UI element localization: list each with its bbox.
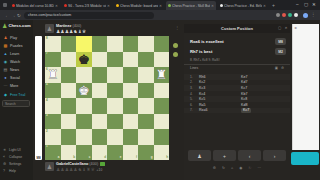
tab-close-icon[interactable]: ✕ bbox=[211, 4, 214, 8]
captured-piece-icon: ♛ bbox=[82, 29, 86, 34]
move-row-1: 1.Rh6Ke7 bbox=[184, 74, 290, 80]
square-f2[interactable] bbox=[123, 129, 139, 145]
tab-title: Chess Practice - Skill Build bbox=[172, 4, 210, 8]
square-c5[interactable]: ♚ bbox=[76, 83, 92, 99]
square-c6[interactable] bbox=[76, 67, 92, 83]
square-d6[interactable] bbox=[92, 67, 108, 83]
top-player-rating: (400) bbox=[72, 24, 81, 28]
square-g4[interactable] bbox=[138, 98, 154, 114]
more-icon[interactable]: ⋯ bbox=[258, 166, 262, 170]
move-number: 4. bbox=[190, 92, 199, 96]
window-close-button[interactable]: ✕ bbox=[312, 2, 316, 7]
tab-title: Módulos del curso 10-BD-40 bbox=[16, 4, 54, 8]
sidebar-item-watch[interactable]: ◉Watch bbox=[3, 58, 20, 65]
sidebar-item-label: Learn bbox=[10, 52, 19, 56]
square-g3[interactable] bbox=[138, 114, 154, 130]
square-h1[interactable]: h bbox=[154, 145, 170, 161]
square-f1[interactable]: f bbox=[123, 145, 139, 161]
side-panel-menu-icon[interactable]: ≣ bbox=[295, 26, 298, 30]
sidebar-item-label: Puzzles bbox=[10, 44, 23, 48]
black-move[interactable]: Ke7 bbox=[241, 75, 283, 79]
engine-settings-icon[interactable]: ⚙ bbox=[281, 66, 284, 70]
watch-icon: ◉ bbox=[3, 59, 8, 64]
square-e4[interactable] bbox=[107, 98, 123, 114]
tab-favicon bbox=[116, 4, 119, 7]
file-label-b: b bbox=[73, 156, 75, 159]
tab-close-icon[interactable]: ✕ bbox=[263, 4, 266, 8]
sidebar-item-social[interactable]: ●Social bbox=[3, 74, 20, 81]
square-a2[interactable]: 2 bbox=[45, 129, 61, 145]
move-feedback-text: Rxa6 is excellent bbox=[190, 39, 275, 44]
logo-pawn-icon: ♟ bbox=[2, 22, 7, 29]
square-d1[interactable]: d bbox=[92, 145, 108, 161]
news-icon: ▤ bbox=[3, 67, 8, 72]
rank-label-3: 3 bbox=[46, 114, 48, 117]
move-number: 7. bbox=[190, 108, 199, 112]
panel-close-icon[interactable]: ✕ bbox=[285, 26, 288, 30]
browser-profile-avatar[interactable] bbox=[303, 13, 308, 18]
square-e1[interactable]: e bbox=[107, 145, 123, 161]
browser-tab-4[interactable]: Chess Practice - Skill Build✕ bbox=[166, 1, 216, 10]
browser-tab-1[interactable]: Módulos del curso 10-BD-40✕ bbox=[10, 1, 60, 10]
square-f7[interactable] bbox=[123, 52, 139, 68]
square-h5[interactable] bbox=[154, 83, 170, 99]
sidebar-item-puzzles[interactable]: ▩Puzzles bbox=[3, 42, 23, 49]
square-c7[interactable]: ♚ bbox=[76, 52, 92, 68]
free-trial-label: Free Trial bbox=[10, 93, 25, 97]
refresh-icon[interactable]: ↻ bbox=[17, 13, 21, 18]
bottom-player-name[interactable]: GabrielCastellano (400) bbox=[56, 162, 105, 166]
home-icon[interactable]: ⌂ bbox=[231, 166, 233, 170]
reset-icon[interactable]: ↻ bbox=[222, 166, 225, 170]
move-feedback-row-2: Rh7 is best M2 bbox=[190, 47, 286, 56]
tab-title: S6 - Tarea 2/3 Módulo: video bbox=[68, 4, 106, 8]
bottom-captured-pieces: ♟♟♟♟♟♞♝♜♛+10 bbox=[56, 167, 102, 172]
rank-label-8: 8 bbox=[46, 37, 48, 40]
eval-badge[interactable]: M8 bbox=[275, 38, 286, 44]
tab-title: Chess Practice - Ed. Bélica W bbox=[224, 4, 262, 8]
square-d5[interactable] bbox=[92, 83, 108, 99]
tab-close-icon[interactable]: ✕ bbox=[55, 4, 58, 8]
black-move[interactable]: Kd7 bbox=[241, 80, 283, 84]
white-move[interactable]: Rxa6 bbox=[199, 108, 241, 112]
move-row-5: 5.Kc5Kc8 bbox=[184, 96, 290, 102]
panel-title: Custom Position bbox=[221, 26, 253, 31]
play-icon: ♟ bbox=[3, 35, 8, 40]
pieces-button[interactable]: ♟ bbox=[188, 150, 211, 161]
square-g2[interactable] bbox=[138, 129, 154, 145]
square-h2[interactable] bbox=[154, 129, 170, 145]
sidebar-item-label: News bbox=[10, 68, 19, 72]
black-move[interactable]: Kc8 bbox=[241, 97, 283, 101]
tab-favicon bbox=[220, 4, 223, 7]
rank-label-6: 6 bbox=[46, 68, 48, 71]
rank-label-2: 2 bbox=[46, 130, 48, 133]
window-maximize-button[interactable]: ▢ bbox=[304, 2, 308, 7]
panel-expand-icon[interactable]: ▢ bbox=[278, 26, 281, 30]
white-move[interactable]: Kc2 bbox=[199, 80, 241, 84]
white-move[interactable]: Kc3 bbox=[199, 86, 241, 90]
extension-icon-2[interactable] bbox=[282, 13, 286, 17]
tab-close-icon[interactable]: ✕ bbox=[159, 4, 162, 8]
board-menu-icon[interactable]: ⋮ bbox=[175, 25, 179, 30]
browser-tab-5[interactable]: Chess Practice - Ed. Bélica W✕ bbox=[218, 1, 268, 10]
prev-move-button[interactable]: ‹ bbox=[238, 150, 261, 161]
sidebar-item-learn[interactable]: ▲Learn bbox=[3, 50, 19, 57]
square-g6[interactable] bbox=[138, 67, 154, 83]
square-b5[interactable] bbox=[61, 83, 77, 99]
panel-controls: ♟+‹› bbox=[188, 150, 286, 161]
logo-text: Chess.com bbox=[8, 23, 30, 28]
sidebar-footer-label: Help bbox=[9, 169, 16, 173]
eval-badge[interactable]: M2 bbox=[275, 48, 286, 54]
white-move[interactable]: Kc5 bbox=[199, 97, 241, 101]
side-panel-action-button[interactable] bbox=[291, 152, 319, 165]
top-player-bar: ♟ Martinez (400) ♟♟♟♟♞♝♛ ⋮ bbox=[45, 24, 169, 35]
back-icon[interactable]: ← bbox=[5, 13, 10, 18]
chess-board[interactable]: 87♚6♜♜5♚4321abcdefgh bbox=[45, 36, 169, 160]
rank-label-4: 4 bbox=[46, 99, 48, 102]
white-move[interactable]: Ra5 bbox=[199, 103, 241, 107]
sidebar-footer-collapse[interactable]: «Collapse bbox=[3, 155, 22, 159]
square-e3[interactable] bbox=[107, 114, 123, 130]
black-move[interactable]: Kc7 bbox=[241, 108, 251, 113]
engine-line-text: 8. Rh7+ Kc8 9. Ra8# bbox=[190, 58, 220, 62]
sidebar-footer-light-ui[interactable]: ☀Light UI bbox=[3, 148, 21, 152]
square-e6[interactable] bbox=[107, 67, 123, 83]
social-icon: ● bbox=[3, 75, 8, 80]
tab-search-icon[interactable] bbox=[3, 3, 7, 7]
file-label-e: e bbox=[120, 156, 122, 159]
tab-close-icon[interactable]: ✕ bbox=[107, 4, 110, 8]
diamond-icon: ◆ bbox=[3, 92, 8, 97]
move-list: 1.Rh6Ke72.Kc2Kd73.Kc3Kc74.Kc4Kb75.Kc5Kc8… bbox=[184, 74, 290, 113]
sidebar-item-news[interactable]: ▤News bbox=[3, 66, 19, 73]
evaluation-label: M8 bbox=[35, 156, 42, 160]
extension-icon-3[interactable] bbox=[288, 13, 292, 17]
sidebar-footer-help[interactable]: ?Help bbox=[3, 169, 16, 173]
move-number: 2. bbox=[190, 80, 199, 84]
collapse-icon: « bbox=[3, 155, 7, 159]
square-e5[interactable] bbox=[107, 83, 123, 99]
sidebar-item-label: Play bbox=[10, 36, 17, 40]
bottom-player-rating: (400) bbox=[89, 162, 98, 166]
square-b8[interactable] bbox=[61, 36, 77, 52]
top-player-name[interactable]: Martinez (400) bbox=[56, 24, 81, 28]
sidebar-item-label: Watch bbox=[10, 60, 20, 64]
next-move-button[interactable]: › bbox=[263, 150, 286, 161]
white-move[interactable]: Rh6 bbox=[199, 75, 241, 79]
avatar-icon: ♟ bbox=[47, 164, 52, 170]
screen: Módulos del curso 10-BD-40✕S6 - Tarea 2/… bbox=[0, 0, 320, 180]
square-h4[interactable] bbox=[154, 98, 170, 114]
tab-title: Chess Module: board and RO bbox=[120, 4, 158, 8]
square-h7[interactable] bbox=[154, 52, 170, 68]
piece-bK-c7[interactable]: ♚ bbox=[78, 53, 90, 66]
rank-label-1: 1 bbox=[46, 145, 48, 148]
square-h8[interactable] bbox=[154, 36, 170, 52]
square-a8[interactable]: 8 bbox=[45, 36, 61, 52]
square-g5[interactable] bbox=[138, 83, 154, 99]
browser-tab-2[interactable]: S6 - Tarea 2/3 Módulo: video✕ bbox=[62, 1, 112, 10]
settings-icon[interactable]: ⚙ bbox=[213, 166, 216, 170]
square-c1[interactable]: c bbox=[76, 145, 92, 161]
panel-header: Custom Position bbox=[184, 24, 290, 33]
square-f5[interactable] bbox=[123, 83, 139, 99]
file-label-c: c bbox=[89, 156, 91, 159]
extension-icon-4[interactable] bbox=[294, 13, 298, 17]
move-row-3: 3.Kc3Kc7 bbox=[184, 85, 290, 91]
lines-header: Lines ▣ ⚙ bbox=[190, 66, 284, 70]
sidebar-item-free-trial[interactable]: ◆Free Trial bbox=[3, 91, 25, 98]
square-a5[interactable]: 5 bbox=[45, 83, 61, 99]
best-move-text: Rh7 is best bbox=[190, 49, 275, 54]
sidebar-footer-label: Settings bbox=[9, 162, 21, 166]
square-h3[interactable] bbox=[154, 114, 170, 130]
square-a4[interactable]: 4 bbox=[45, 98, 61, 114]
square-b2[interactable] bbox=[61, 129, 77, 145]
chesscom-logo[interactable]: ♟ Chess.com bbox=[2, 22, 31, 29]
forward-icon[interactable]: → bbox=[11, 13, 16, 18]
square-c2[interactable] bbox=[76, 129, 92, 145]
url-text: chess.com/practice/custom bbox=[28, 13, 71, 17]
square-f4[interactable] bbox=[123, 98, 139, 114]
sidebar-item-label: More bbox=[10, 84, 18, 88]
file-label-f: f bbox=[136, 156, 137, 159]
file-label-d: d bbox=[104, 156, 106, 159]
square-c4[interactable] bbox=[76, 98, 92, 114]
move-row-2: 2.Kc2Kd7 bbox=[184, 80, 290, 86]
move-number: 3. bbox=[190, 86, 199, 90]
square-b1[interactable]: b bbox=[61, 145, 77, 161]
search-input[interactable]: Search bbox=[2, 100, 30, 107]
square-f8[interactable] bbox=[123, 36, 139, 52]
piece-wR-h6[interactable]: ♜ bbox=[155, 68, 167, 81]
bottom-player-bar: ♟ GabrielCastellano (400) ♟♟♟♟♟♞♝♜♛+10 bbox=[45, 162, 169, 173]
square-f3[interactable] bbox=[123, 114, 139, 130]
hint-icon-2[interactable] bbox=[173, 52, 178, 57]
square-b7[interactable] bbox=[61, 52, 77, 68]
square-d2[interactable] bbox=[92, 129, 108, 145]
square-g1[interactable]: g bbox=[138, 145, 154, 161]
rank-label-5: 5 bbox=[46, 83, 48, 86]
square-a3[interactable]: 3 bbox=[45, 114, 61, 130]
move-number: 6. bbox=[190, 103, 199, 107]
light-ui-icon: ☀ bbox=[3, 148, 7, 152]
square-c3[interactable] bbox=[76, 114, 92, 130]
sidebar-footer-settings[interactable]: ⚙Settings bbox=[3, 162, 21, 166]
captured-piece-icon: ♛ bbox=[91, 167, 95, 172]
square-b4[interactable] bbox=[61, 98, 77, 114]
square-c8[interactable] bbox=[76, 36, 92, 52]
avatar-icon: ♟ bbox=[47, 26, 52, 32]
flag-icon[interactable]: ⚐ bbox=[248, 166, 251, 170]
record-icon[interactable]: ◉ bbox=[239, 166, 242, 170]
address-bar[interactable]: chess.com/practice/custom bbox=[24, 12, 154, 19]
square-a7[interactable]: 7 bbox=[45, 52, 61, 68]
sidebar-footer-label: Light UI bbox=[9, 148, 21, 152]
sidebar-item-more[interactable]: ⋯More bbox=[3, 82, 18, 89]
panel-footer-icons: ⚙↻⌂◉⚐⋯ bbox=[184, 166, 290, 170]
sidebar-item-play[interactable]: ♟Play bbox=[3, 34, 17, 41]
square-a6[interactable]: 6♜ bbox=[45, 67, 61, 83]
rank-label-7: 7 bbox=[46, 52, 48, 55]
square-e2[interactable] bbox=[107, 129, 123, 145]
learn-icon: ▲ bbox=[3, 51, 8, 56]
hint-icon-1[interactable] bbox=[173, 43, 178, 48]
square-b6[interactable] bbox=[61, 67, 77, 83]
black-move[interactable]: Kd8 bbox=[241, 103, 283, 107]
move-number: 1. bbox=[190, 75, 199, 79]
square-g8[interactable] bbox=[138, 36, 154, 52]
square-a1[interactable]: 1a bbox=[45, 145, 61, 161]
square-e8[interactable] bbox=[107, 36, 123, 52]
tab-favicon bbox=[64, 4, 67, 7]
move-row-4: 4.Kc4Kb7 bbox=[184, 91, 290, 97]
puzzles-icon: ▩ bbox=[3, 43, 8, 48]
tab-favicon bbox=[168, 4, 171, 7]
evaluation-bar: M8 bbox=[35, 36, 42, 160]
help-icon: ? bbox=[3, 169, 7, 173]
square-d7[interactable] bbox=[92, 52, 108, 68]
file-label-h: h bbox=[166, 156, 168, 159]
add-button[interactable]: + bbox=[213, 150, 236, 161]
move-row-6: 6.Ra5Kd8 bbox=[184, 102, 290, 108]
settings-icon: ⚙ bbox=[3, 162, 7, 166]
copy-icon[interactable]: ▣ bbox=[275, 66, 278, 70]
square-b3[interactable] bbox=[61, 114, 77, 130]
square-d3[interactable] bbox=[92, 114, 108, 130]
new-tab-button[interactable]: + bbox=[272, 2, 275, 8]
square-e7[interactable] bbox=[107, 52, 123, 68]
square-f6[interactable] bbox=[123, 67, 139, 83]
file-label-g: g bbox=[151, 156, 153, 159]
move-row-7: 7.Rxa6Kc7 bbox=[184, 108, 290, 114]
browser-tab-3[interactable]: Chess Module: board and RO✕ bbox=[114, 1, 164, 10]
extension-icon-1[interactable] bbox=[276, 13, 280, 17]
white-move[interactable]: Kc4 bbox=[199, 92, 241, 96]
extension-side-panel: ≣ bbox=[292, 24, 319, 150]
top-captured-pieces: ♟♟♟♟♞♝♛ bbox=[56, 29, 86, 34]
black-move[interactable]: Kb7 bbox=[241, 92, 283, 96]
country-flag bbox=[100, 162, 105, 165]
square-d4[interactable] bbox=[92, 98, 108, 114]
sidebar-item-label: Social bbox=[10, 76, 20, 80]
sidebar-footer-label: Collapse bbox=[9, 155, 22, 159]
move-feedback-row-1: Rxa6 is excellent M8 bbox=[190, 37, 286, 46]
piece-wR-a6[interactable]: ♜ bbox=[47, 68, 59, 81]
material-score: +10 bbox=[96, 168, 102, 172]
move-number: 5. bbox=[190, 97, 199, 101]
browser-menu-icon[interactable]: ⋮ bbox=[311, 12, 316, 17]
top-player-avatar[interactable]: ♟ bbox=[45, 24, 54, 33]
file-label-a: a bbox=[58, 156, 60, 159]
square-g7[interactable] bbox=[138, 52, 154, 68]
black-move[interactable]: Kc7 bbox=[241, 86, 283, 90]
lines-header-label: Lines bbox=[190, 66, 272, 70]
tab-favicon bbox=[12, 4, 15, 7]
piece-wK-c5[interactable]: ♚ bbox=[78, 84, 90, 97]
panel-divider bbox=[184, 64, 290, 65]
more-icon: ⋯ bbox=[3, 83, 8, 88]
search-placeholder: Search bbox=[5, 102, 16, 106]
window-minimize-button[interactable]: – bbox=[296, 2, 299, 7]
square-h6[interactable]: ♜ bbox=[154, 67, 170, 83]
bottom-player-avatar[interactable]: ♟ bbox=[45, 162, 54, 171]
square-d8[interactable] bbox=[92, 36, 108, 52]
